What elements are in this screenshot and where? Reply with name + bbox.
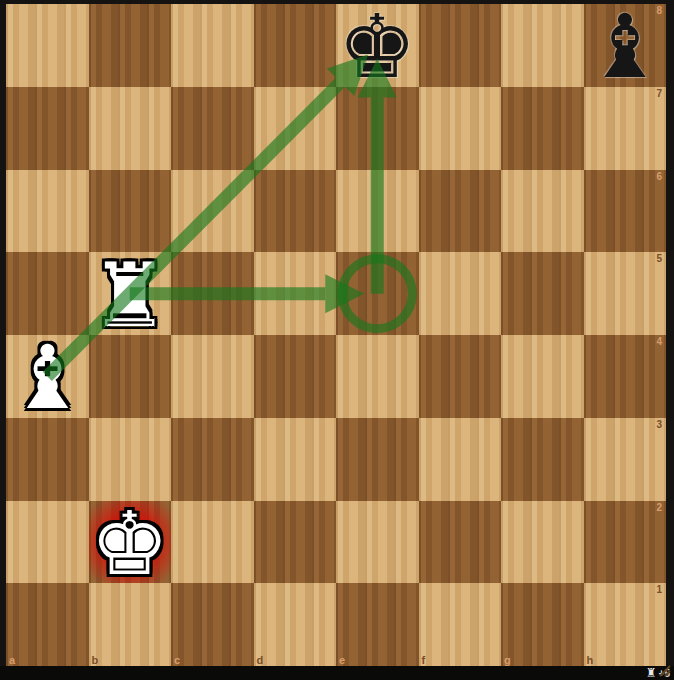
square-h4[interactable] [584,335,667,418]
square-e4[interactable] [336,335,419,418]
square-g1[interactable] [501,583,584,666]
square-d5[interactable] [254,252,337,335]
square-g5[interactable] [501,252,584,335]
square-a2[interactable] [6,501,89,584]
square-f8[interactable] [419,4,502,87]
rook-icon: ♜ [646,667,657,679]
square-a6[interactable] [6,170,89,253]
square-a3[interactable] [6,418,89,501]
square-h2[interactable] [584,501,667,584]
status-bar: ♜ +5 [0,666,674,680]
square-h5[interactable] [584,252,667,335]
black-bishop[interactable]: ♝ [584,4,667,87]
square-d2[interactable] [254,501,337,584]
square-b4[interactable] [89,335,172,418]
square-c2[interactable] [171,501,254,584]
chess-board[interactable]: ♚♝♜♝♚87654321abcdefgh [6,4,666,666]
square-b7[interactable] [89,87,172,170]
square-h3[interactable] [584,418,667,501]
rank-label-3: 3 [656,420,662,430]
square-c8[interactable] [171,4,254,87]
square-f1[interactable] [419,583,502,666]
square-d8[interactable] [254,4,337,87]
file-label-c: c [174,655,180,665]
file-label-f: f [422,655,426,665]
square-f5[interactable] [419,252,502,335]
rank-label-2: 2 [656,503,662,513]
file-label-a: a [9,655,15,665]
square-b1[interactable] [89,583,172,666]
square-e2[interactable] [336,501,419,584]
square-a4[interactable]: ♝ [6,335,89,418]
file-label-e: e [339,655,345,665]
black-king[interactable]: ♚ [336,4,419,87]
square-f3[interactable] [419,418,502,501]
square-a7[interactable] [6,87,89,170]
square-e7[interactable] [336,87,419,170]
square-e1[interactable] [336,583,419,666]
square-e3[interactable] [336,418,419,501]
square-g4[interactable] [501,335,584,418]
square-g3[interactable] [501,418,584,501]
square-g6[interactable] [501,170,584,253]
square-c6[interactable] [171,170,254,253]
square-e6[interactable] [336,170,419,253]
white-rook[interactable]: ♜ [89,252,172,335]
square-d1[interactable] [254,583,337,666]
square-d7[interactable] [254,87,337,170]
rank-label-1: 1 [656,585,662,595]
square-f4[interactable] [419,335,502,418]
file-label-b: b [92,655,99,665]
square-h7[interactable] [584,87,667,170]
square-g7[interactable] [501,87,584,170]
square-c3[interactable] [171,418,254,501]
square-g2[interactable] [501,501,584,584]
rank-label-8: 8 [656,6,662,16]
square-f6[interactable] [419,170,502,253]
square-c1[interactable] [171,583,254,666]
board-resize-handle[interactable] [656,662,672,678]
file-label-h: h [587,655,594,665]
file-label-g: g [504,655,511,665]
file-label-d: d [257,655,264,665]
square-b2[interactable]: ♚ [89,501,172,584]
square-c4[interactable] [171,335,254,418]
square-c5[interactable] [171,252,254,335]
square-b5[interactable]: ♜ [89,252,172,335]
square-b3[interactable] [89,418,172,501]
rank-label-4: 4 [656,337,662,347]
square-f2[interactable] [419,501,502,584]
square-d6[interactable] [254,170,337,253]
square-f7[interactable] [419,87,502,170]
board-window: ♚♝♜♝♚87654321abcdefgh ♜ +5 [0,0,674,680]
square-a1[interactable] [6,583,89,666]
square-d3[interactable] [254,418,337,501]
square-c7[interactable] [171,87,254,170]
square-h6[interactable] [584,170,667,253]
square-a8[interactable] [6,4,89,87]
square-g8[interactable] [501,4,584,87]
square-b8[interactable] [89,4,172,87]
rank-label-7: 7 [656,89,662,99]
rank-label-5: 5 [656,254,662,264]
square-h1[interactable] [584,583,667,666]
white-bishop[interactable]: ♝ [6,335,89,418]
square-a5[interactable] [6,252,89,335]
white-king[interactable]: ♚ [89,501,172,584]
square-e5[interactable] [336,252,419,335]
rank-label-6: 6 [656,172,662,182]
square-h8[interactable]: ♝ [584,4,667,87]
square-d4[interactable] [254,335,337,418]
square-e8[interactable]: ♚ [336,4,419,87]
square-b6[interactable] [89,170,172,253]
